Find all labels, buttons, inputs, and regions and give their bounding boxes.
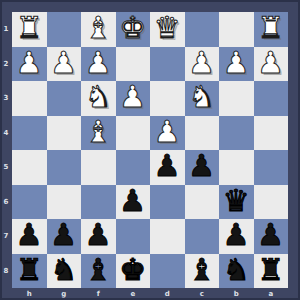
square-e3[interactable]: ♟ xyxy=(116,81,151,116)
square-a3[interactable] xyxy=(254,81,289,116)
square-b7[interactable]: ♟ xyxy=(219,219,254,254)
square-a8[interactable]: ♜ xyxy=(254,254,289,289)
file-label-e: e xyxy=(116,288,151,300)
square-b5[interactable] xyxy=(219,150,254,185)
square-a4[interactable] xyxy=(254,116,289,151)
square-h8[interactable]: ♜ xyxy=(12,254,47,289)
rank-label-1: 1 xyxy=(0,12,12,47)
black-pawn[interactable]: ♟ xyxy=(154,151,181,181)
square-d7[interactable] xyxy=(150,219,185,254)
square-a1[interactable]: ♜ xyxy=(254,12,289,47)
black-king[interactable]: ♚ xyxy=(119,255,146,285)
square-g8[interactable]: ♞ xyxy=(47,254,82,289)
square-e2[interactable] xyxy=(116,47,151,82)
rank-label-7: 7 xyxy=(0,219,12,254)
rank-label-6: 6 xyxy=(0,185,12,220)
square-e7[interactable] xyxy=(116,219,151,254)
black-pawn[interactable]: ♟ xyxy=(223,220,250,250)
square-c3[interactable]: ♞ xyxy=(185,81,220,116)
square-b3[interactable] xyxy=(219,81,254,116)
file-label-d: d xyxy=(150,288,185,300)
white-bishop[interactable]: ♝ xyxy=(85,117,112,147)
square-f6[interactable] xyxy=(81,185,116,220)
square-g3[interactable] xyxy=(47,81,82,116)
square-h7[interactable]: ♟ xyxy=(12,219,47,254)
rank-label-2: 2 xyxy=(0,47,12,82)
white-pawn[interactable]: ♟ xyxy=(16,48,43,78)
square-c4[interactable] xyxy=(185,116,220,151)
square-f3[interactable]: ♞ xyxy=(81,81,116,116)
square-f5[interactable] xyxy=(81,150,116,185)
square-e5[interactable] xyxy=(116,150,151,185)
square-b2[interactable]: ♟ xyxy=(219,47,254,82)
white-knight[interactable]: ♞ xyxy=(188,82,215,112)
chess-board: ♜♝♚♛♜♟♟♟♟♟♟♞♟♞♝♟♟♟♟♛♟♟♟♟♟♜♞♝♚♝♞♜ xyxy=(12,12,288,288)
rank-label-4: 4 xyxy=(0,116,12,151)
square-c7[interactable] xyxy=(185,219,220,254)
square-g7[interactable]: ♟ xyxy=(47,219,82,254)
square-c5[interactable]: ♟ xyxy=(185,150,220,185)
square-a5[interactable] xyxy=(254,150,289,185)
square-f8[interactable]: ♝ xyxy=(81,254,116,289)
square-d1[interactable]: ♛ xyxy=(150,12,185,47)
black-knight[interactable]: ♞ xyxy=(223,255,250,285)
black-pawn[interactable]: ♟ xyxy=(50,220,77,250)
black-queen[interactable]: ♛ xyxy=(223,186,250,216)
chess-board-frame: ♜♝♚♛♜♟♟♟♟♟♟♞♟♞♝♟♟♟♟♛♟♟♟♟♟♜♞♝♚♝♞♜ 1234567… xyxy=(0,0,300,300)
square-h1[interactable]: ♜ xyxy=(12,12,47,47)
white-pawn[interactable]: ♟ xyxy=(154,117,181,147)
square-f7[interactable]: ♟ xyxy=(81,219,116,254)
square-h5[interactable] xyxy=(12,150,47,185)
black-knight[interactable]: ♞ xyxy=(50,255,77,285)
square-h3[interactable] xyxy=(12,81,47,116)
white-bishop[interactable]: ♝ xyxy=(85,13,112,43)
black-pawn[interactable]: ♟ xyxy=(257,220,284,250)
square-b4[interactable] xyxy=(219,116,254,151)
square-b1[interactable] xyxy=(219,12,254,47)
white-king[interactable]: ♚ xyxy=(119,13,146,43)
rank-label-8: 8 xyxy=(0,254,12,289)
square-g4[interactable] xyxy=(47,116,82,151)
square-h4[interactable] xyxy=(12,116,47,151)
white-pawn[interactable]: ♟ xyxy=(188,48,215,78)
square-e8[interactable]: ♚ xyxy=(116,254,151,289)
square-c8[interactable]: ♝ xyxy=(185,254,220,289)
square-a6[interactable] xyxy=(254,185,289,220)
file-label-a: a xyxy=(254,288,289,300)
square-c6[interactable] xyxy=(185,185,220,220)
square-c2[interactable]: ♟ xyxy=(185,47,220,82)
square-e4[interactable] xyxy=(116,116,151,151)
rank-label-5: 5 xyxy=(0,150,12,185)
square-f1[interactable]: ♝ xyxy=(81,12,116,47)
white-rook[interactable]: ♜ xyxy=(16,13,43,43)
black-pawn[interactable]: ♟ xyxy=(188,151,215,181)
square-b6[interactable]: ♛ xyxy=(219,185,254,220)
file-label-g: g xyxy=(47,288,82,300)
square-d6[interactable] xyxy=(150,185,185,220)
square-f4[interactable]: ♝ xyxy=(81,116,116,151)
white-pawn[interactable]: ♟ xyxy=(257,48,284,78)
square-h2[interactable]: ♟ xyxy=(12,47,47,82)
file-label-h: h xyxy=(12,288,47,300)
file-label-c: c xyxy=(185,288,220,300)
file-label-f: f xyxy=(81,288,116,300)
white-queen[interactable]: ♛ xyxy=(154,13,181,43)
black-bishop[interactable]: ♝ xyxy=(85,255,112,285)
black-bishop[interactable]: ♝ xyxy=(188,255,215,285)
white-pawn[interactable]: ♟ xyxy=(50,48,77,78)
square-d5[interactable]: ♟ xyxy=(150,150,185,185)
square-h6[interactable] xyxy=(12,185,47,220)
white-rook[interactable]: ♜ xyxy=(257,13,284,43)
square-e6[interactable]: ♟ xyxy=(116,185,151,220)
square-g6[interactable] xyxy=(47,185,82,220)
square-g1[interactable] xyxy=(47,12,82,47)
black-rook[interactable]: ♜ xyxy=(16,255,43,285)
square-d4[interactable]: ♟ xyxy=(150,116,185,151)
square-g2[interactable]: ♟ xyxy=(47,47,82,82)
black-rook[interactable]: ♜ xyxy=(257,255,284,285)
white-pawn[interactable]: ♟ xyxy=(119,82,146,112)
square-d8[interactable] xyxy=(150,254,185,289)
square-f2[interactable]: ♟ xyxy=(81,47,116,82)
square-a2[interactable]: ♟ xyxy=(254,47,289,82)
white-pawn[interactable]: ♟ xyxy=(223,48,250,78)
file-label-b: b xyxy=(219,288,254,300)
square-g5[interactable] xyxy=(47,150,82,185)
square-a7[interactable]: ♟ xyxy=(254,219,289,254)
black-pawn[interactable]: ♟ xyxy=(85,220,112,250)
square-b8[interactable]: ♞ xyxy=(219,254,254,289)
square-d2[interactable] xyxy=(150,47,185,82)
white-pawn[interactable]: ♟ xyxy=(85,48,112,78)
square-d3[interactable] xyxy=(150,81,185,116)
square-e1[interactable]: ♚ xyxy=(116,12,151,47)
rank-label-3: 3 xyxy=(0,81,12,116)
white-knight[interactable]: ♞ xyxy=(85,82,112,112)
square-c1[interactable] xyxy=(185,12,220,47)
black-pawn[interactable]: ♟ xyxy=(16,220,43,250)
black-pawn[interactable]: ♟ xyxy=(119,186,146,216)
